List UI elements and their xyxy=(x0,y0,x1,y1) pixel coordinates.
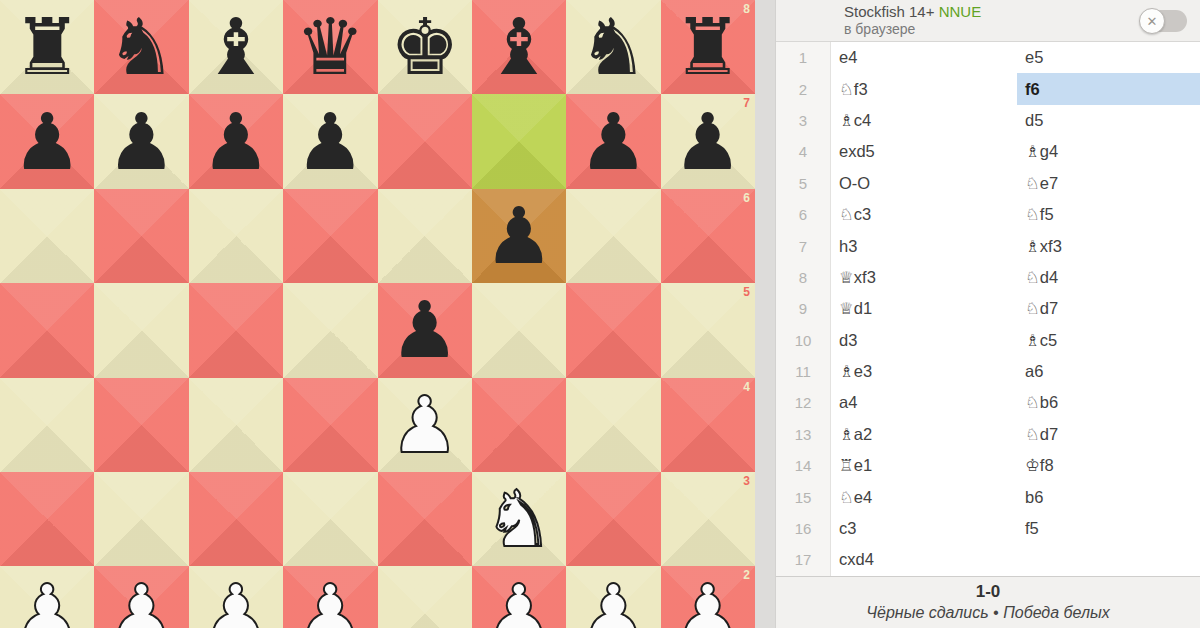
square-d3[interactable] xyxy=(283,472,377,566)
move-17-black xyxy=(1017,544,1200,575)
square-h2[interactable]: ♟2 xyxy=(661,566,755,628)
move-5-white[interactable]: O-O xyxy=(831,168,1017,199)
move-number-17: 17 xyxy=(776,544,831,575)
square-f2[interactable]: ♟ xyxy=(472,566,566,628)
move-8-white[interactable]: ♕xf3 xyxy=(831,262,1017,293)
engine-title: Stockfish 14+ NNUE xyxy=(844,3,981,22)
square-e5[interactable]: ♟ xyxy=(378,283,472,377)
square-a4[interactable] xyxy=(0,378,94,472)
move-number-2: 2 xyxy=(776,73,831,104)
rank-label-4: 4 xyxy=(743,381,750,393)
move-14-black[interactable]: ♔f8 xyxy=(1017,450,1200,481)
move-17-white[interactable]: cxd4 xyxy=(831,544,1017,575)
square-g3[interactable] xyxy=(566,472,660,566)
square-f6[interactable]: ♟ xyxy=(472,189,566,283)
move-7-white[interactable]: h3 xyxy=(831,230,1017,261)
square-b7[interactable]: ♟ xyxy=(94,94,188,188)
black-pawn-g7[interactable]: ♟ xyxy=(578,103,648,181)
move-number-11: 11 xyxy=(776,356,831,387)
move-list: 1e4e52♘f3f63♗c4d54exd5♗g45O-O♘e76♘c3♘f57… xyxy=(776,42,1200,576)
result-note: Чёрные сдались • Победа белых xyxy=(866,604,1109,622)
square-a5[interactable] xyxy=(0,283,94,377)
toggle-off-icon: ✕ xyxy=(1147,15,1158,28)
square-a2[interactable]: ♟ xyxy=(0,566,94,628)
analysis-panel: Stockfish 14+ NNUE в браузере ✕ 1e4e52♘f… xyxy=(775,0,1200,628)
move-number-5: 5 xyxy=(776,168,831,199)
rank-label-7: 7 xyxy=(743,97,750,109)
move-number-6: 6 xyxy=(776,199,831,230)
square-a6[interactable] xyxy=(0,189,94,283)
move-14-white[interactable]: ♖e1 xyxy=(831,450,1017,481)
move-number-1: 1 xyxy=(776,42,831,73)
move-number-3: 3 xyxy=(776,105,831,136)
square-h4[interactable]: 4 xyxy=(661,378,755,472)
rank-label-8: 8 xyxy=(743,3,750,15)
engine-toggle-knob[interactable]: ✕ xyxy=(1139,8,1165,34)
square-g8[interactable]: ♞ xyxy=(566,0,660,94)
move-number-10: 10 xyxy=(776,325,831,356)
move-1-black[interactable]: e5 xyxy=(1017,42,1200,73)
square-f8[interactable]: ♝ xyxy=(472,0,566,94)
square-c5[interactable] xyxy=(189,283,283,377)
move-number-4: 4 xyxy=(776,136,831,167)
square-g5[interactable] xyxy=(566,283,660,377)
square-c3[interactable] xyxy=(189,472,283,566)
square-e7[interactable] xyxy=(378,94,472,188)
square-a8[interactable]: ♜ xyxy=(0,0,94,94)
move-9-white[interactable]: ♕d1 xyxy=(831,293,1017,324)
black-queen-d8[interactable]: ♛ xyxy=(295,8,365,86)
square-d8[interactable]: ♛ xyxy=(283,0,377,94)
chess-board[interactable]: ♜♞♝♛♚♝♞♜8♟♟♟♟♟♟7♟6♟5♟4♞3♟♟♟♟♟♟♟2♜♞♝♛♚♝♜1 xyxy=(0,0,755,628)
square-e6[interactable] xyxy=(378,189,472,283)
move-16-black[interactable]: f5 xyxy=(1017,513,1200,544)
engine-toggle[interactable]: ✕ xyxy=(1141,10,1187,32)
square-b5[interactable] xyxy=(94,283,188,377)
square-b2[interactable]: ♟ xyxy=(94,566,188,628)
move-number-15: 15 xyxy=(776,481,831,512)
move-number-8: 8 xyxy=(776,262,831,293)
result-score: 1-0 xyxy=(976,582,1001,602)
move-2-black[interactable]: f6 xyxy=(1017,73,1200,104)
square-e3[interactable] xyxy=(378,472,472,566)
square-g7[interactable]: ♟ xyxy=(566,94,660,188)
move-number-13: 13 xyxy=(776,419,831,450)
move-number-14: 14 xyxy=(776,450,831,481)
black-pawn-d7[interactable]: ♟ xyxy=(295,103,365,181)
square-g2[interactable]: ♟ xyxy=(566,566,660,628)
black-pawn-c7[interactable]: ♟ xyxy=(201,103,271,181)
square-g6[interactable] xyxy=(566,189,660,283)
square-a7[interactable]: ♟ xyxy=(0,94,94,188)
rank-label-5: 5 xyxy=(743,286,750,298)
move-9-black[interactable]: ♘d7 xyxy=(1017,293,1200,324)
white-pawn-h2[interactable]: ♟ xyxy=(673,574,743,628)
engine-subtitle: в браузере xyxy=(844,21,981,38)
white-pawn-a2[interactable]: ♟ xyxy=(12,574,82,628)
move-4-black[interactable]: ♗g4 xyxy=(1017,136,1200,167)
black-pawn-b7[interactable]: ♟ xyxy=(107,103,177,181)
black-bishop-f8[interactable]: ♝ xyxy=(484,8,554,86)
square-b3[interactable] xyxy=(94,472,188,566)
black-knight-g8[interactable]: ♞ xyxy=(578,8,648,86)
move-12-black[interactable]: ♘b6 xyxy=(1017,387,1200,418)
square-c2[interactable]: ♟ xyxy=(189,566,283,628)
white-pawn-c2[interactable]: ♟ xyxy=(201,574,271,628)
black-rook-h8[interactable]: ♜ xyxy=(673,8,743,86)
move-6-white[interactable]: ♘c3 xyxy=(831,199,1017,230)
move-1-white[interactable]: e4 xyxy=(831,42,1017,73)
move-3-black[interactable]: d5 xyxy=(1017,105,1200,136)
move-number-9: 9 xyxy=(776,293,831,324)
move-16-white[interactable]: c3 xyxy=(831,513,1017,544)
square-d7[interactable]: ♟ xyxy=(283,94,377,188)
square-c8[interactable]: ♝ xyxy=(189,0,283,94)
black-bishop-c8[interactable]: ♝ xyxy=(201,8,271,86)
black-rook-a8[interactable]: ♜ xyxy=(12,8,82,86)
engine-name: Stockfish 14+ xyxy=(844,3,934,20)
move-15-white[interactable]: ♘e4 xyxy=(831,481,1017,512)
black-pawn-f6[interactable]: ♟ xyxy=(484,197,554,275)
white-pawn-e4[interactable]: ♟ xyxy=(390,386,460,464)
engine-nnue-badge: NNUE xyxy=(939,3,982,20)
move-13-black[interactable]: ♘d7 xyxy=(1017,419,1200,450)
move-11-white[interactable]: ♗e3 xyxy=(831,356,1017,387)
move-12-white[interactable]: a4 xyxy=(831,387,1017,418)
square-h6[interactable]: 6 xyxy=(661,189,755,283)
move-8-black[interactable]: ♘d4 xyxy=(1017,262,1200,293)
move-7-black[interactable]: ♗xf3 xyxy=(1017,230,1200,261)
square-e2[interactable] xyxy=(378,566,472,628)
move-15-black[interactable]: b6 xyxy=(1017,481,1200,512)
square-h5[interactable]: 5 xyxy=(661,283,755,377)
square-d5[interactable] xyxy=(283,283,377,377)
black-king-e8[interactable]: ♚ xyxy=(390,8,460,86)
move-10-black[interactable]: ♗c5 xyxy=(1017,325,1200,356)
result-block: 1-0 Чёрные сдались • Победа белых xyxy=(776,576,1200,628)
move-3-white[interactable]: ♗c4 xyxy=(831,105,1017,136)
rank-label-2: 2 xyxy=(743,569,750,581)
move-5-black[interactable]: ♘e7 xyxy=(1017,168,1200,199)
square-d2[interactable]: ♟ xyxy=(283,566,377,628)
square-e8[interactable]: ♚ xyxy=(378,0,472,94)
move-10-white[interactable]: d3 xyxy=(831,325,1017,356)
move-6-black[interactable]: ♘f5 xyxy=(1017,199,1200,230)
black-pawn-a7[interactable]: ♟ xyxy=(12,103,82,181)
square-c7[interactable]: ♟ xyxy=(189,94,283,188)
rank-label-6: 6 xyxy=(743,192,750,204)
square-b8[interactable]: ♞ xyxy=(94,0,188,94)
move-2-white[interactable]: ♘f3 xyxy=(831,73,1017,104)
move-number-16: 16 xyxy=(776,513,831,544)
app-window: ♜♞♝♛♚♝♞♜8♟♟♟♟♟♟7♟6♟5♟4♞3♟♟♟♟♟♟♟2♜♞♝♛♚♝♜1… xyxy=(0,0,1200,628)
square-d6[interactable] xyxy=(283,189,377,283)
square-f4[interactable] xyxy=(472,378,566,472)
rank-label-3: 3 xyxy=(743,475,750,487)
square-b6[interactable] xyxy=(94,189,188,283)
square-c6[interactable] xyxy=(189,189,283,283)
square-a3[interactable] xyxy=(0,472,94,566)
white-pawn-g2[interactable]: ♟ xyxy=(578,574,648,628)
move-number-7: 7 xyxy=(776,230,831,261)
move-13-white[interactable]: ♗a2 xyxy=(831,419,1017,450)
move-4-white[interactable]: exd5 xyxy=(831,136,1017,167)
black-pawn-h7[interactable]: ♟ xyxy=(673,103,743,181)
square-d4[interactable] xyxy=(283,378,377,472)
square-b4[interactable] xyxy=(94,378,188,472)
square-f7[interactable] xyxy=(472,94,566,188)
square-g4[interactable] xyxy=(566,378,660,472)
square-f3[interactable]: ♞ xyxy=(472,472,566,566)
white-pawn-b2[interactable]: ♟ xyxy=(107,574,177,628)
square-h7[interactable]: ♟7 xyxy=(661,94,755,188)
black-knight-b8[interactable]: ♞ xyxy=(107,8,177,86)
engine-header: Stockfish 14+ NNUE в браузере ✕ xyxy=(776,0,1200,42)
square-f5[interactable] xyxy=(472,283,566,377)
move-11-black[interactable]: a6 xyxy=(1017,356,1200,387)
square-e4[interactable]: ♟ xyxy=(378,378,472,472)
black-pawn-e5[interactable]: ♟ xyxy=(390,291,460,369)
white-pawn-d2[interactable]: ♟ xyxy=(295,574,365,628)
square-c4[interactable] xyxy=(189,378,283,472)
square-h8[interactable]: ♜8 xyxy=(661,0,755,94)
engine-info: Stockfish 14+ NNUE в браузере xyxy=(844,3,981,39)
move-number-12: 12 xyxy=(776,387,831,418)
square-h3[interactable]: 3 xyxy=(661,472,755,566)
white-knight-f3[interactable]: ♞ xyxy=(484,480,554,558)
white-pawn-f2[interactable]: ♟ xyxy=(484,574,554,628)
